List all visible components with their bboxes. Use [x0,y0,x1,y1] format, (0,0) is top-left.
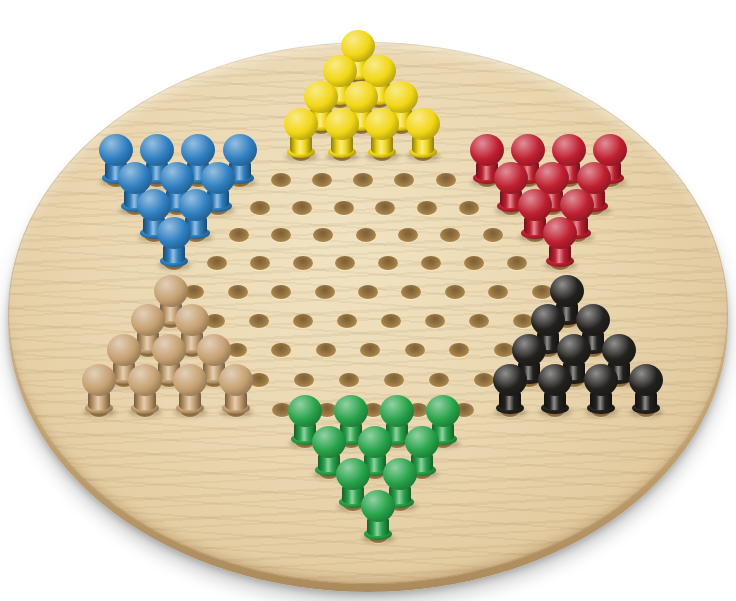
peg-black[interactable] [583,364,619,414]
peg-natural[interactable] [218,364,254,414]
hole-r6c6[interactable] [398,228,418,242]
peg-head [128,364,162,396]
hole-r5c6[interactable] [375,201,395,215]
peg-head [131,304,165,336]
peg-head [82,364,116,396]
peg-head [154,275,188,307]
peg-blue[interactable] [156,217,192,267]
hole-r11c7[interactable] [429,373,449,387]
peg-head [173,364,207,396]
peg-green[interactable] [360,490,396,540]
peg-head [152,334,186,366]
peg-head [538,364,572,396]
hole-r4c4[interactable] [271,173,291,187]
hole-r7c6[interactable] [421,256,441,270]
peg-black[interactable] [492,364,528,414]
peg-head [602,334,636,366]
peg-black[interactable] [537,364,573,414]
peg-head [550,275,584,307]
hole-r7c1[interactable] [207,256,227,270]
hole-r11c4[interactable] [294,373,314,387]
hole-r8c1[interactable] [228,285,248,299]
hole-r6c8[interactable] [483,228,503,242]
peg-red[interactable] [542,217,578,267]
peg-head [365,108,399,140]
hole-r10c7[interactable] [449,343,469,357]
peg-head [629,364,663,396]
hole-r10c5[interactable] [360,343,380,357]
hole-r8c4[interactable] [358,285,378,299]
peg-head [383,458,417,490]
peg-head [157,217,191,249]
hole-r11c6[interactable] [384,373,404,387]
hole-r11c5[interactable] [339,373,359,387]
hole-r7c2[interactable] [250,256,270,270]
peg-head [584,364,618,396]
board-photo [0,0,736,601]
hole-r8c5[interactable] [401,285,421,299]
peg-head [406,108,440,140]
hole-r9c2[interactable] [249,314,269,328]
peg-natural[interactable] [172,364,208,414]
peg-head [288,395,322,427]
peg-head [197,334,231,366]
hole-r4c5[interactable] [312,173,332,187]
hole-r5c7[interactable] [417,201,437,215]
hole-r8c7[interactable] [488,285,508,299]
hole-r5c5[interactable] [334,201,354,215]
hole-r9c3[interactable] [293,314,313,328]
peg-yellow[interactable] [324,108,360,158]
hole-r10c6[interactable] [405,343,425,357]
hole-r5c4[interactable] [292,201,312,215]
peg-head [107,334,141,366]
peg-head [175,304,209,336]
peg-head [336,458,370,490]
hole-r7c8[interactable] [507,256,527,270]
peg-head [325,108,359,140]
hole-r8c2[interactable] [271,285,291,299]
hole-r7c7[interactable] [464,256,484,270]
peg-yellow[interactable] [283,108,319,158]
hole-r4c7[interactable] [394,173,414,187]
peg-head [361,490,395,522]
peg-yellow[interactable] [405,108,441,158]
hole-r7c5[interactable] [378,256,398,270]
peg-head [405,426,439,458]
hole-r10c3[interactable] [271,343,291,357]
hole-r8c6[interactable] [445,285,465,299]
peg-head [576,304,610,336]
peg-head [284,108,318,140]
hole-r7c3[interactable] [293,256,313,270]
holes-layer [0,0,736,601]
peg-head [493,364,527,396]
hole-r10c4[interactable] [316,343,336,357]
peg-head [312,426,346,458]
peg-head [334,395,368,427]
peg-head [426,395,460,427]
hole-r9c7[interactable] [469,314,489,328]
hole-r9c6[interactable] [425,314,445,328]
hole-r5c3[interactable] [250,201,270,215]
hole-r4c8[interactable] [436,173,456,187]
peg-natural[interactable] [127,364,163,414]
hole-r9c4[interactable] [337,314,357,328]
peg-head [380,395,414,427]
hole-r6c4[interactable] [313,228,333,242]
peg-head [531,304,565,336]
peg-natural[interactable] [81,364,117,414]
hole-r7c4[interactable] [335,256,355,270]
peg-head [543,217,577,249]
hole-r8c3[interactable] [315,285,335,299]
hole-r4c6[interactable] [353,173,373,187]
peg-black[interactable] [628,364,664,414]
peg-head [557,334,591,366]
peg-head [219,364,253,396]
peg-yellow[interactable] [364,108,400,158]
hole-r5c8[interactable] [459,201,479,215]
hole-r6c2[interactable] [229,228,249,242]
peg-head [358,426,392,458]
peg-head [512,334,546,366]
hole-r6c3[interactable] [271,228,291,242]
hole-r6c5[interactable] [356,228,376,242]
hole-r6c7[interactable] [440,228,460,242]
hole-r9c5[interactable] [381,314,401,328]
